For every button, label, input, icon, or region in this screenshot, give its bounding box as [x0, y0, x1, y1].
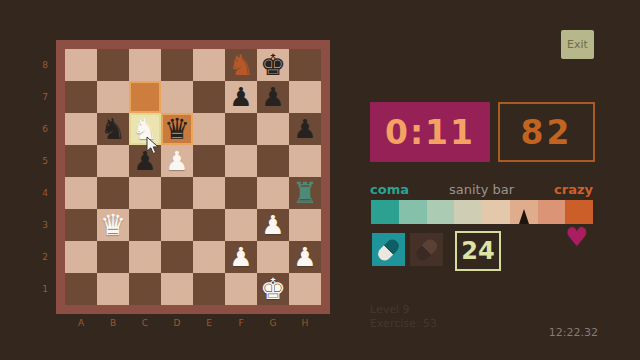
square-e1[interactable] — [193, 273, 225, 305]
exit-button[interactable]: Exit — [561, 30, 594, 59]
square-e6[interactable] — [193, 113, 225, 145]
square-g2[interactable] — [257, 241, 289, 273]
piece-black-pawn-f7[interactable]: ♟ — [229, 84, 252, 110]
sanity-marker — [519, 209, 529, 224]
square-b3[interactable]: ♛ — [97, 209, 129, 241]
square-g6[interactable] — [257, 113, 289, 145]
square-c3[interactable] — [129, 209, 161, 241]
rank-label-5: 5 — [28, 145, 48, 177]
square-g5[interactable] — [257, 145, 289, 177]
square-f7[interactable]: ♟ — [225, 81, 257, 113]
square-b2[interactable] — [97, 241, 129, 273]
session-time: 12:22.32 — [549, 326, 598, 339]
piece-white-pawn-g3[interactable]: ♟ — [261, 212, 284, 238]
square-b7[interactable] — [97, 81, 129, 113]
rank-label-1: 1 — [28, 273, 48, 305]
piece-white-pawn-h2[interactable]: ♟ — [293, 244, 316, 270]
mouse-cursor-icon — [146, 136, 160, 156]
rank-label-6: 6 — [28, 113, 48, 145]
square-e3[interactable] — [193, 209, 225, 241]
square-h5[interactable] — [289, 145, 321, 177]
square-c7[interactable] — [129, 81, 161, 113]
square-f1[interactable] — [225, 273, 257, 305]
square-c4[interactable] — [129, 177, 161, 209]
square-c8[interactable] — [129, 49, 161, 81]
file-label-h: H — [289, 318, 321, 328]
square-d2[interactable] — [161, 241, 193, 273]
score-display: 82 — [498, 102, 595, 162]
square-a4[interactable] — [65, 177, 97, 209]
sanity-segment-1 — [371, 200, 399, 224]
timer-display: 0:11 — [370, 102, 490, 162]
square-h3[interactable] — [289, 209, 321, 241]
rank-label-7: 7 — [28, 81, 48, 113]
square-a2[interactable] — [65, 241, 97, 273]
piece-white-pawn-d5[interactable]: ♟ — [165, 148, 188, 174]
rank-label-4: 4 — [28, 177, 48, 209]
sanity-segment-4 — [454, 200, 482, 224]
square-d8[interactable] — [161, 49, 193, 81]
file-label-f: F — [225, 318, 257, 328]
square-d7[interactable] — [161, 81, 193, 113]
sanity-segment-5 — [482, 200, 510, 224]
chess-board: ♞♚♟♟♞♞♛♟♟♟♜♛♟♟♟♚ — [56, 40, 330, 314]
file-label-e: E — [193, 318, 225, 328]
square-g3[interactable]: ♟ — [257, 209, 289, 241]
square-f6[interactable] — [225, 113, 257, 145]
square-e5[interactable] — [193, 145, 225, 177]
piece-white-queen-b3[interactable]: ♛ — [100, 211, 126, 240]
square-a3[interactable] — [65, 209, 97, 241]
square-c1[interactable] — [129, 273, 161, 305]
piece-orange-knight-f8[interactable]: ♞ — [228, 51, 254, 80]
square-b6[interactable]: ♞ — [97, 113, 129, 145]
square-f3[interactable] — [225, 209, 257, 241]
square-g1[interactable]: ♚ — [257, 273, 289, 305]
square-a1[interactable] — [65, 273, 97, 305]
sanity-segment-2 — [399, 200, 427, 224]
square-f2[interactable]: ♟ — [225, 241, 257, 273]
pill-slot-active[interactable] — [372, 233, 405, 266]
square-a6[interactable] — [65, 113, 97, 145]
square-d4[interactable] — [161, 177, 193, 209]
square-h2[interactable]: ♟ — [289, 241, 321, 273]
file-label-d: D — [161, 318, 193, 328]
rank-label-3: 3 — [28, 209, 48, 241]
square-e7[interactable] — [193, 81, 225, 113]
square-d5[interactable]: ♟ — [161, 145, 193, 177]
pill-count-value: 24 — [461, 237, 494, 265]
sanity-crazy-label: crazy — [554, 182, 593, 197]
square-d6[interactable]: ♛ — [161, 113, 193, 145]
timer-value: 0:11 — [385, 113, 475, 152]
sanity-bar-title: sanity bar — [449, 182, 514, 197]
square-e2[interactable] — [193, 241, 225, 273]
square-e8[interactable] — [193, 49, 225, 81]
file-label-a: A — [65, 318, 97, 328]
piece-white-pawn-f2[interactable]: ♟ — [229, 244, 252, 270]
square-h4[interactable]: ♜ — [289, 177, 321, 209]
sanity-segment-3 — [427, 200, 455, 224]
square-b4[interactable] — [97, 177, 129, 209]
sanity-segment-7 — [538, 200, 566, 224]
pill-icon — [375, 236, 401, 262]
sanity-coma-label: coma — [370, 182, 409, 197]
square-f8[interactable]: ♞ — [225, 49, 257, 81]
square-g4[interactable] — [257, 177, 289, 209]
file-labels: ABCDEFGH — [65, 318, 321, 328]
square-b5[interactable] — [97, 145, 129, 177]
square-f4[interactable] — [225, 177, 257, 209]
piece-black-king-g8[interactable]: ♚ — [260, 51, 286, 80]
square-h1[interactable] — [289, 273, 321, 305]
piece-white-king-g1[interactable]: ♚ — [260, 275, 286, 304]
square-h8[interactable] — [289, 49, 321, 81]
piece-teal-rook-h4[interactable]: ♜ — [292, 179, 318, 208]
piece-black-pawn-g7[interactable]: ♟ — [261, 84, 284, 110]
heart-icon: ♥ — [565, 224, 588, 250]
square-a5[interactable] — [65, 145, 97, 177]
file-label-c: C — [129, 318, 161, 328]
sanity-segment-8 — [565, 200, 593, 224]
game-screen: Exit 87654321 ♞♚♟♟♞♞♛♟♟♟♜♛♟♟♟♚ ABCDEFGH … — [0, 0, 640, 360]
file-label-g: G — [257, 318, 289, 328]
score-value: 82 — [521, 113, 573, 152]
square-f5[interactable] — [225, 145, 257, 177]
rank-label-2: 2 — [28, 241, 48, 273]
level-label: Level 9 — [370, 303, 410, 316]
rank-label-8: 8 — [28, 49, 48, 81]
square-a8[interactable] — [65, 49, 97, 81]
square-g8[interactable]: ♚ — [257, 49, 289, 81]
piece-black-pawn-h6[interactable]: ♟ — [293, 116, 316, 142]
rank-labels: 87654321 — [28, 49, 48, 305]
sanity-bar-labels: coma sanity bar crazy — [370, 182, 593, 196]
square-b1[interactable] — [97, 273, 129, 305]
pill-count: 24 — [455, 231, 501, 271]
square-b8[interactable] — [97, 49, 129, 81]
file-label-b: B — [97, 318, 129, 328]
square-h7[interactable] — [289, 81, 321, 113]
pill-slot-used — [410, 233, 443, 266]
square-d1[interactable] — [161, 273, 193, 305]
square-a7[interactable] — [65, 81, 97, 113]
exercise-label: Exercise: 53 — [370, 317, 437, 330]
piece-black-knight-b6[interactable]: ♞ — [100, 115, 126, 144]
square-e4[interactable] — [193, 177, 225, 209]
pill-faint-icon — [413, 236, 439, 262]
square-d3[interactable] — [161, 209, 193, 241]
sanity-bar — [371, 200, 593, 224]
piece-black-queen-d6[interactable]: ♛ — [164, 115, 190, 144]
square-c2[interactable] — [129, 241, 161, 273]
square-g7[interactable]: ♟ — [257, 81, 289, 113]
square-h6[interactable]: ♟ — [289, 113, 321, 145]
